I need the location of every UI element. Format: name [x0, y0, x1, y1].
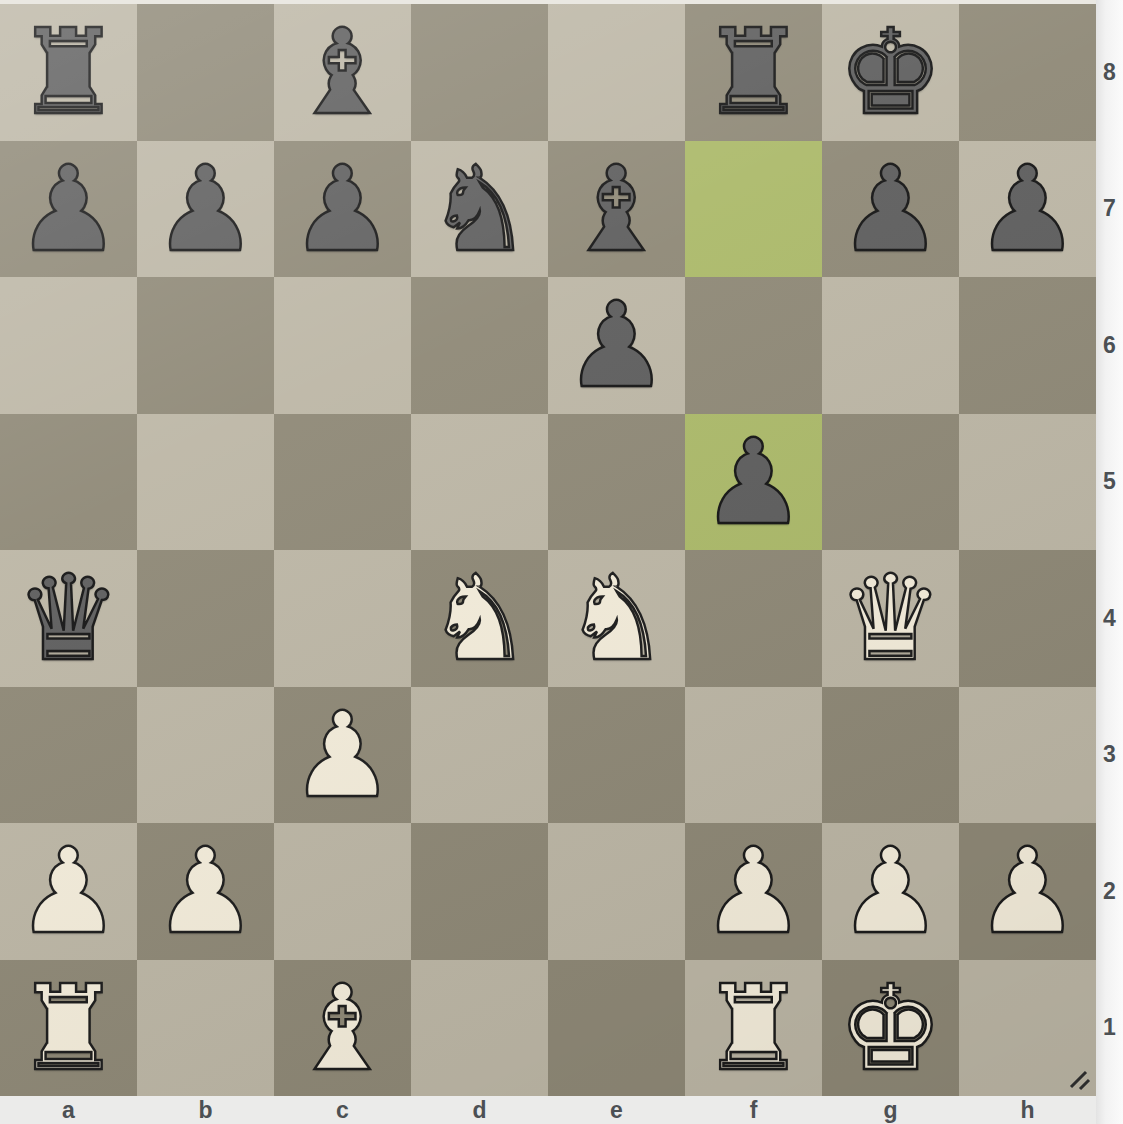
square-d5[interactable] [411, 414, 548, 551]
white-queen-g4[interactable]: ♛ [838, 550, 944, 686]
square-c6[interactable] [274, 277, 411, 414]
white-pawn-h2[interactable]: ♟ [975, 823, 1081, 959]
square-e2[interactable] [548, 823, 685, 960]
square-e7[interactable]: ♝ [548, 141, 685, 278]
file-label-a: a [0, 1098, 137, 1122]
square-g2[interactable]: ♟ [822, 823, 959, 960]
square-d6[interactable] [411, 277, 548, 414]
square-c3[interactable]: ♟ [274, 687, 411, 824]
black-queen-a4[interactable]: ♛ [16, 550, 122, 686]
black-bishop-c8[interactable]: ♝ [290, 4, 396, 140]
rank-label-2: 2 [1096, 880, 1123, 903]
square-e4[interactable]: ♞ [548, 550, 685, 687]
file-label-e: e [548, 1098, 685, 1122]
white-pawn-g2[interactable]: ♟ [838, 823, 944, 959]
black-rook-f8[interactable]: ♜ [701, 4, 807, 140]
square-f3[interactable] [685, 687, 822, 824]
file-label-f: f [685, 1098, 822, 1122]
square-e1[interactable] [548, 960, 685, 1097]
black-rook-a8[interactable]: ♜ [16, 4, 122, 140]
chess-board[interactable]: ♜♝♜♚♟♟♟♞♝♟♟♟♟♛♞♞♛♟♟♟♟♟♟♜♝♜♚ [0, 4, 1096, 1096]
white-king-g1[interactable]: ♚ [838, 960, 944, 1096]
square-g7[interactable]: ♟ [822, 141, 959, 278]
rank-label-6: 6 [1096, 334, 1123, 357]
black-pawn-f5[interactable]: ♟ [701, 414, 807, 550]
white-rook-a1[interactable]: ♜ [16, 960, 122, 1096]
square-g4[interactable]: ♛ [822, 550, 959, 687]
white-pawn-c3[interactable]: ♟ [290, 687, 396, 823]
square-a1[interactable]: ♜ [0, 960, 137, 1097]
rank-coordinates-gutter [1096, 0, 1123, 1124]
file-label-c: c [274, 1098, 411, 1122]
black-knight-d7[interactable]: ♞ [427, 141, 533, 277]
square-b2[interactable]: ♟ [137, 823, 274, 960]
white-pawn-b2[interactable]: ♟ [153, 823, 259, 959]
square-f5[interactable]: ♟ [685, 414, 822, 551]
square-c2[interactable] [274, 823, 411, 960]
square-d2[interactable] [411, 823, 548, 960]
black-pawn-b7[interactable]: ♟ [153, 141, 259, 277]
square-a7[interactable]: ♟ [0, 141, 137, 278]
square-b1[interactable] [137, 960, 274, 1097]
white-pawn-a2[interactable]: ♟ [16, 823, 122, 959]
square-g1[interactable]: ♚ [822, 960, 959, 1097]
square-e6[interactable]: ♟ [548, 277, 685, 414]
square-f8[interactable]: ♜ [685, 4, 822, 141]
square-g6[interactable] [822, 277, 959, 414]
square-h7[interactable]: ♟ [959, 141, 1096, 278]
square-a5[interactable] [0, 414, 137, 551]
square-g3[interactable] [822, 687, 959, 824]
rank-label-1: 1 [1096, 1016, 1123, 1039]
square-g8[interactable]: ♚ [822, 4, 959, 141]
file-label-h: h [959, 1098, 1096, 1122]
square-c5[interactable] [274, 414, 411, 551]
square-b8[interactable] [137, 4, 274, 141]
black-bishop-e7[interactable]: ♝ [564, 141, 670, 277]
square-h4[interactable] [959, 550, 1096, 687]
rank-label-5: 5 [1096, 470, 1123, 493]
square-d1[interactable] [411, 960, 548, 1097]
file-label-g: g [822, 1098, 959, 1122]
white-bishop-c1[interactable]: ♝ [290, 960, 396, 1096]
white-pawn-f2[interactable]: ♟ [701, 823, 807, 959]
square-a6[interactable] [0, 277, 137, 414]
square-b5[interactable] [137, 414, 274, 551]
white-knight-d4[interactable]: ♞ [427, 550, 533, 686]
square-f6[interactable] [685, 277, 822, 414]
white-knight-e4[interactable]: ♞ [564, 550, 670, 686]
square-h5[interactable] [959, 414, 1096, 551]
square-f4[interactable] [685, 550, 822, 687]
white-rook-f1[interactable]: ♜ [701, 960, 807, 1096]
square-c4[interactable] [274, 550, 411, 687]
square-h2[interactable]: ♟ [959, 823, 1096, 960]
square-h8[interactable] [959, 4, 1096, 141]
square-b3[interactable] [137, 687, 274, 824]
rank-label-4: 4 [1096, 607, 1123, 630]
square-e8[interactable] [548, 4, 685, 141]
black-pawn-a7[interactable]: ♟ [16, 141, 122, 277]
square-f2[interactable]: ♟ [685, 823, 822, 960]
square-c8[interactable]: ♝ [274, 4, 411, 141]
square-h6[interactable] [959, 277, 1096, 414]
square-f7[interactable] [685, 141, 822, 278]
square-g5[interactable] [822, 414, 959, 551]
square-a4[interactable]: ♛ [0, 550, 137, 687]
black-pawn-e6[interactable]: ♟ [564, 277, 670, 413]
square-b4[interactable] [137, 550, 274, 687]
square-e5[interactable] [548, 414, 685, 551]
square-d4[interactable]: ♞ [411, 550, 548, 687]
square-b7[interactable]: ♟ [137, 141, 274, 278]
square-d8[interactable] [411, 4, 548, 141]
black-pawn-c7[interactable]: ♟ [290, 141, 396, 277]
square-b6[interactable] [137, 277, 274, 414]
square-d3[interactable] [411, 687, 548, 824]
black-pawn-h7[interactable]: ♟ [975, 141, 1081, 277]
black-king-g8[interactable]: ♚ [838, 4, 944, 140]
board-resize-handle-icon[interactable] [1066, 1066, 1092, 1092]
rank-label-7: 7 [1096, 197, 1123, 220]
square-a3[interactable] [0, 687, 137, 824]
square-a8[interactable]: ♜ [0, 4, 137, 141]
square-e3[interactable] [548, 687, 685, 824]
square-c1[interactable]: ♝ [274, 960, 411, 1097]
file-label-b: b [137, 1098, 274, 1122]
square-f1[interactable]: ♜ [685, 960, 822, 1097]
rank-label-8: 8 [1096, 61, 1123, 84]
file-label-d: d [411, 1098, 548, 1122]
square-a2[interactable]: ♟ [0, 823, 137, 960]
square-h3[interactable] [959, 687, 1096, 824]
black-pawn-g7[interactable]: ♟ [838, 141, 944, 277]
square-d7[interactable]: ♞ [411, 141, 548, 278]
square-c7[interactable]: ♟ [274, 141, 411, 278]
rank-label-3: 3 [1096, 743, 1123, 766]
